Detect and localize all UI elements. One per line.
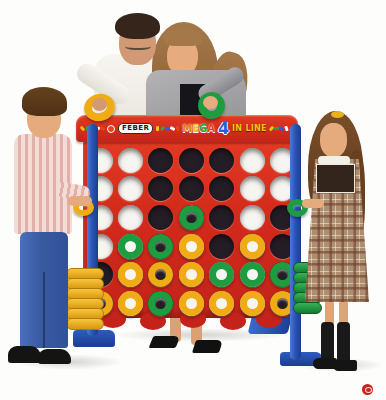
hole-r3-c3 — [146, 203, 176, 232]
hole — [209, 291, 234, 316]
hole-r6-c4 — [176, 289, 206, 318]
girl-hairband — [331, 111, 344, 118]
woman-fringe — [164, 28, 202, 46]
yellow-ring — [179, 234, 204, 259]
hole — [209, 262, 234, 287]
man-glasses — [125, 41, 151, 50]
brand-logo: FEBER — [118, 123, 153, 134]
spare-yellow-ring — [66, 318, 104, 330]
boy-shoe — [38, 349, 71, 364]
hole — [148, 205, 173, 230]
hole-r1-c2 — [115, 146, 145, 175]
hole-r6-c5 — [207, 289, 237, 318]
hole-r4-c5 — [207, 232, 237, 261]
hole-r5-c6 — [237, 260, 267, 289]
hole-r6-c3 — [146, 289, 176, 318]
hole — [179, 291, 204, 316]
hole — [118, 262, 143, 287]
yellow-ring — [118, 291, 143, 316]
banner-word-four: 4 — [218, 121, 229, 137]
hole — [179, 176, 204, 201]
yellow-ring — [179, 291, 204, 316]
banner-word-mega: MEGA — [182, 123, 215, 134]
hole — [240, 234, 265, 259]
spare-green-ring — [293, 302, 322, 314]
hole-r5-c2 — [115, 260, 145, 289]
girl-face — [320, 123, 347, 157]
green-ring — [209, 262, 234, 287]
man-hair — [115, 13, 160, 39]
board-post-right — [290, 124, 301, 360]
green-ring — [240, 262, 265, 287]
hole-r5-c5 — [207, 260, 237, 289]
green-ring — [179, 205, 204, 230]
man-hand — [92, 98, 107, 111]
product-photo-scene: FEBER MEGA 4 IN LINE — [0, 0, 386, 400]
hole-r4-c2 — [115, 232, 145, 261]
yellow-ring — [209, 291, 234, 316]
hole — [148, 262, 173, 287]
boy-shoe — [8, 346, 41, 363]
board-banner: FEBER MEGA 4 IN LINE — [76, 115, 298, 142]
hole — [209, 148, 234, 173]
hole — [240, 148, 265, 173]
hole-r2-c6 — [237, 175, 267, 204]
green-ring — [148, 234, 173, 259]
hole-r3-c4 — [176, 203, 206, 232]
hole — [179, 262, 204, 287]
yellow-ring — [179, 262, 204, 287]
hole — [240, 262, 265, 287]
hole — [118, 291, 143, 316]
hole — [179, 148, 204, 173]
left-ring-stack — [66, 268, 104, 328]
hole — [118, 148, 143, 173]
hole — [148, 148, 173, 173]
hole-r1-c5 — [207, 146, 237, 175]
green-ring — [118, 234, 143, 259]
boy-hair — [22, 87, 67, 116]
banner-word-inline: IN LINE — [232, 124, 267, 133]
hole-r6-c2 — [115, 289, 145, 318]
yellow-ring — [148, 262, 173, 287]
hole-r2-c2 — [115, 175, 145, 204]
yellow-ring — [240, 234, 265, 259]
hole — [118, 234, 143, 259]
hole — [209, 205, 234, 230]
hole-r6-c6 — [237, 289, 267, 318]
hole — [179, 205, 204, 230]
hole-r4-c3 — [146, 232, 176, 261]
hole-r3-c6 — [237, 203, 267, 232]
hole-r3-c2 — [115, 203, 145, 232]
feber-logo-icon — [107, 125, 115, 133]
boy-jeans — [20, 232, 68, 348]
hole-r2-c5 — [207, 175, 237, 204]
woman-hand — [203, 96, 218, 109]
girl-arm — [302, 199, 324, 208]
hole-r2-c3 — [146, 175, 176, 204]
confetti-mid — [156, 126, 179, 131]
hole — [148, 291, 173, 316]
hole-r5-c3 — [146, 260, 176, 289]
boy-arm — [68, 196, 92, 206]
hole-r5-c4 — [176, 260, 206, 289]
hole — [209, 234, 234, 259]
hole-r2-c4 — [176, 175, 206, 204]
hole — [179, 234, 204, 259]
girl-boot — [337, 322, 350, 364]
hole-r1-c6 — [237, 146, 267, 175]
hole-r4-c4 — [176, 232, 206, 261]
yellow-ring — [240, 291, 265, 316]
hole — [209, 176, 234, 201]
green-ring — [148, 291, 173, 316]
hole-r4-c6 — [237, 232, 267, 261]
hole — [240, 176, 265, 201]
hole — [240, 205, 265, 230]
hole-r1-c4 — [176, 146, 206, 175]
hole — [240, 291, 265, 316]
board-grid — [85, 146, 298, 318]
woman-heel-shoe — [149, 336, 181, 348]
girl-shoe — [333, 360, 357, 371]
hole — [148, 234, 173, 259]
woman-heel-shoe — [192, 340, 223, 353]
hole — [118, 205, 143, 230]
hole — [148, 176, 173, 201]
girl-bodice — [316, 164, 355, 193]
photo-watermark-icon — [362, 384, 373, 395]
hole-r3-c5 — [207, 203, 237, 232]
hole — [118, 176, 143, 201]
hole-r1-c3 — [146, 146, 176, 175]
yellow-ring — [118, 262, 143, 287]
